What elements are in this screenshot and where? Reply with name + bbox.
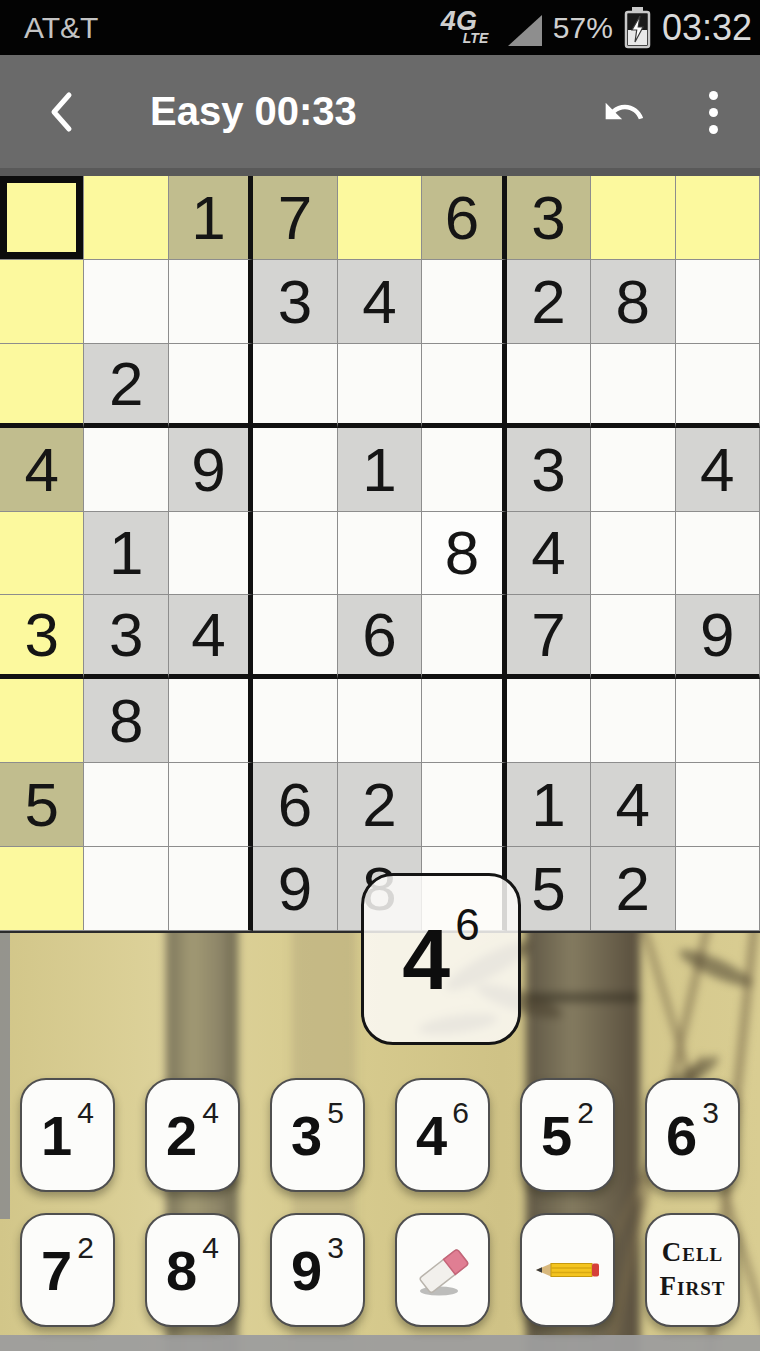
keypad-6-button[interactable]: 63 — [645, 1078, 740, 1192]
key-digit: 3 — [291, 1103, 322, 1168]
cell-r8c7[interactable]: 2 — [591, 847, 675, 931]
pencil-button[interactable] — [520, 1213, 615, 1327]
cell-r5c5[interactable] — [422, 595, 506, 679]
cell-r6c8[interactable] — [676, 679, 760, 763]
cell-r8c3[interactable]: 9 — [253, 847, 337, 931]
cell-r3c2[interactable]: 9 — [169, 428, 253, 512]
number-preview-popup: 4 6 — [361, 873, 521, 1045]
cell-r6c2[interactable] — [169, 679, 253, 763]
cell-first-button[interactable]: Cell First — [645, 1213, 740, 1327]
key-remaining-count: 4 — [77, 1096, 94, 1130]
key-remaining-count: 3 — [702, 1096, 719, 1130]
cell-r0c8[interactable] — [676, 176, 760, 260]
key-remaining-count: 6 — [452, 1096, 469, 1130]
cell-r2c4[interactable] — [338, 344, 422, 428]
cell-r4c4[interactable] — [338, 512, 422, 596]
cell-r6c4[interactable] — [338, 679, 422, 763]
key-digit: 5 — [541, 1103, 572, 1168]
signal-strength-icon — [508, 15, 542, 46]
clock-label: 03:32 — [662, 7, 752, 49]
bamboo-leaf — [676, 944, 756, 993]
key-digit: 8 — [166, 1238, 197, 1303]
cell-r4c0[interactable] — [0, 512, 84, 596]
keypad-7-button[interactable]: 72 — [20, 1213, 115, 1327]
cell-r4c3[interactable] — [253, 512, 337, 596]
cell-r3c8[interactable]: 4 — [676, 428, 760, 512]
battery-charging-icon — [624, 7, 651, 49]
key-remaining-count: 4 — [202, 1231, 219, 1265]
cell-r0c5[interactable]: 6 — [422, 176, 506, 260]
cell-r4c7[interactable] — [591, 512, 675, 596]
cell-r6c6[interactable] — [507, 679, 591, 763]
cell-r4c6[interactable]: 4 — [507, 512, 591, 596]
keypad-9-button[interactable]: 93 — [270, 1213, 365, 1327]
cell-r7c2[interactable] — [169, 763, 253, 847]
cell-r5c0[interactable]: 3 — [0, 595, 84, 679]
cell-r2c3[interactable] — [253, 344, 337, 428]
undo-button[interactable] — [596, 87, 652, 137]
keypad-row-2: 728493Cell First — [0, 1213, 760, 1327]
cell-r0c0[interactable] — [0, 176, 84, 260]
key-remaining-count: 2 — [77, 1231, 94, 1265]
cell-r6c0[interactable] — [0, 679, 84, 763]
popup-count: 6 — [455, 900, 479, 950]
eraser-button[interactable] — [395, 1213, 490, 1327]
cell-r1c4[interactable]: 4 — [338, 260, 422, 344]
cell-r0c2[interactable]: 1 — [169, 176, 253, 260]
page-title: Easy 00:33 — [150, 55, 357, 168]
cell-r1c3[interactable]: 3 — [253, 260, 337, 344]
painting-edge — [0, 1335, 760, 1351]
key-digit: 9 — [291, 1238, 322, 1303]
cell-r7c5[interactable] — [422, 763, 506, 847]
key-remaining-count: 4 — [202, 1096, 219, 1130]
cell-r1c6[interactable]: 2 — [507, 260, 591, 344]
key-digit: 4 — [416, 1103, 447, 1168]
cell-r5c4[interactable]: 6 — [338, 595, 422, 679]
key-digit: 6 — [666, 1103, 697, 1168]
cell-r7c8[interactable] — [676, 763, 760, 847]
key-digit: 2 — [166, 1103, 197, 1168]
network-4g-lte-badge: 4G LTE — [441, 6, 497, 50]
cell-r4c1[interactable]: 1 — [84, 512, 168, 596]
keypad-2-button[interactable]: 24 — [145, 1078, 240, 1192]
cell-r1c8[interactable] — [676, 260, 760, 344]
cell-r7c4[interactable]: 2 — [338, 763, 422, 847]
cell-r3c1[interactable] — [84, 428, 168, 512]
cell-r7c7[interactable]: 4 — [591, 763, 675, 847]
cell-r5c6[interactable]: 7 — [507, 595, 591, 679]
cell-r2c8[interactable] — [676, 344, 760, 428]
app-bar: Easy 00:33 — [0, 55, 760, 176]
cell-r5c2[interactable]: 4 — [169, 595, 253, 679]
cell-r8c2[interactable] — [169, 847, 253, 931]
key-remaining-count: 2 — [577, 1096, 594, 1130]
pencil-icon — [534, 1257, 602, 1283]
cell-r2c1[interactable]: 2 — [84, 344, 168, 428]
cell-r1c5[interactable] — [422, 260, 506, 344]
keypad-1-button[interactable]: 14 — [20, 1078, 115, 1192]
key-digit: 7 — [41, 1238, 72, 1303]
cell-r6c7[interactable] — [591, 679, 675, 763]
cell-r7c1[interactable] — [84, 763, 168, 847]
cell-r0c6[interactable]: 3 — [507, 176, 591, 260]
undo-arrow-icon — [599, 90, 649, 134]
keypad-4-button[interactable]: 46 — [395, 1078, 490, 1192]
back-button[interactable] — [36, 85, 86, 139]
eraser-icon — [412, 1239, 474, 1301]
kebab-menu-icon — [709, 91, 718, 134]
cell-r0c1[interactable] — [84, 176, 168, 260]
cell-r1c0[interactable] — [0, 260, 84, 344]
cell-r6c1[interactable]: 8 — [84, 679, 168, 763]
cell-r2c7[interactable] — [591, 344, 675, 428]
cell-r8c0[interactable] — [0, 847, 84, 931]
cell-r8c8[interactable] — [676, 847, 760, 931]
cell-r3c7[interactable] — [591, 428, 675, 512]
cell-r3c3[interactable] — [253, 428, 337, 512]
cell-r5c1[interactable]: 3 — [84, 595, 168, 679]
key-remaining-count: 5 — [327, 1096, 344, 1130]
cell-r7c3[interactable]: 6 — [253, 763, 337, 847]
cell-r5c3[interactable] — [253, 595, 337, 679]
cell-r5c8[interactable]: 9 — [676, 595, 760, 679]
cell-r4c5[interactable]: 8 — [422, 512, 506, 596]
cell-r1c7[interactable]: 8 — [591, 260, 675, 344]
back-chevron-icon — [48, 90, 74, 134]
sudoku-board: 176334282491341843346798562149852 — [0, 176, 760, 933]
cell-r2c2[interactable] — [169, 344, 253, 428]
carrier-label: AT&T — [24, 0, 98, 55]
cell-r0c3[interactable]: 7 — [253, 176, 337, 260]
keypad-row-1: 142435465263 — [0, 1078, 760, 1192]
cell-r2c0[interactable] — [0, 344, 84, 428]
keypad-8-button[interactable]: 84 — [145, 1213, 240, 1327]
battery-percent-label: 57% — [553, 11, 613, 45]
keypad-5-button[interactable]: 52 — [520, 1078, 615, 1192]
cell-r2c5[interactable] — [422, 344, 506, 428]
cell-r6c5[interactable] — [422, 679, 506, 763]
cell-r4c2[interactable] — [169, 512, 253, 596]
cell-r5c7[interactable] — [591, 595, 675, 679]
popup-digit: 4 — [402, 910, 450, 1009]
status-icons: 4G LTE 57% 03:32 — [441, 0, 752, 55]
cell-r0c4[interactable] — [338, 176, 422, 260]
keypad-3-button[interactable]: 35 — [270, 1078, 365, 1192]
network-lte-label: LTE — [463, 30, 488, 46]
cell-r0c7[interactable] — [591, 176, 675, 260]
overflow-menu-button[interactable] — [690, 81, 736, 143]
status-bar: AT&T 4G LTE 57% 03:32 — [0, 0, 760, 55]
cell-r3c5[interactable] — [422, 428, 506, 512]
key-digit: 1 — [41, 1103, 72, 1168]
cell-r1c1[interactable] — [84, 260, 168, 344]
cell-r1c2[interactable] — [169, 260, 253, 344]
cell-first-label: Cell First — [653, 1236, 733, 1304]
cell-r2c6[interactable] — [507, 344, 591, 428]
cell-r8c1[interactable] — [84, 847, 168, 931]
cell-r7c0[interactable]: 5 — [0, 763, 84, 847]
cell-r3c4[interactable]: 1 — [338, 428, 422, 512]
cell-r6c3[interactable] — [253, 679, 337, 763]
cell-r3c6[interactable]: 3 — [507, 428, 591, 512]
cell-r3c0[interactable]: 4 — [0, 428, 84, 512]
key-remaining-count: 3 — [327, 1231, 344, 1265]
cell-r4c8[interactable] — [676, 512, 760, 596]
cell-r7c6[interactable]: 1 — [507, 763, 591, 847]
